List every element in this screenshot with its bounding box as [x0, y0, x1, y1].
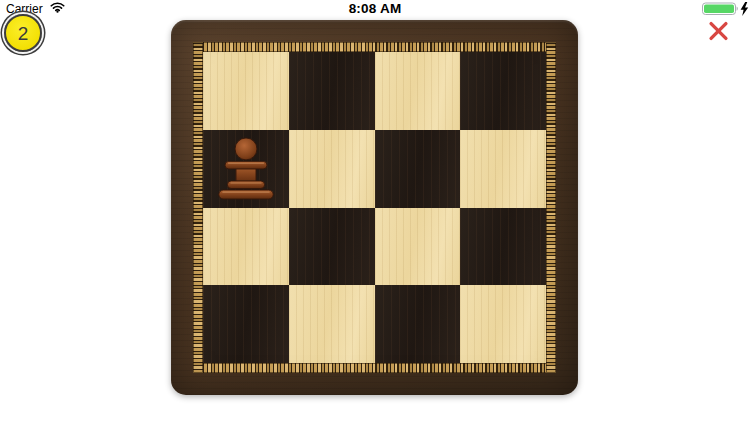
- square-r2c3[interactable]: [375, 130, 461, 208]
- inlay-border-bottom: [193, 363, 556, 373]
- square-r4c4[interactable]: [460, 285, 546, 363]
- square-r1c1[interactable]: [203, 52, 289, 130]
- badge-count: 2: [18, 24, 29, 43]
- square-r3c4[interactable]: [460, 208, 546, 286]
- close-x-icon: [708, 21, 729, 41]
- inlay-border-top: [193, 42, 556, 52]
- square-r3c3[interactable]: [375, 208, 461, 286]
- square-r4c1[interactable]: [203, 285, 289, 363]
- charging-bolt-icon: [741, 2, 749, 16]
- square-r4c3[interactable]: [375, 285, 461, 363]
- square-r1c2[interactable]: [289, 52, 375, 130]
- battery-charging-icon: [702, 2, 749, 16]
- square-r3c2[interactable]: [289, 208, 375, 286]
- app-screen: Carrier 8:08 AM 2: [0, 0, 750, 422]
- square-r2c4[interactable]: [460, 130, 546, 208]
- board-grid: [203, 52, 546, 363]
- square-r3c1[interactable]: [203, 208, 289, 286]
- square-r2c1[interactable]: [203, 130, 289, 208]
- clock: 8:08 AM: [0, 1, 750, 16]
- square-r1c4[interactable]: [460, 52, 546, 130]
- close-button[interactable]: [703, 19, 733, 45]
- chess-board: [171, 20, 578, 395]
- wifi-icon: [50, 2, 65, 13]
- square-r4c2[interactable]: [289, 285, 375, 363]
- inlay-border-right: [546, 42, 556, 373]
- inlay-border-left: [193, 42, 203, 373]
- pawn-piece[interactable]: [217, 137, 275, 200]
- square-r1c3[interactable]: [375, 52, 461, 130]
- square-r2c2[interactable]: [289, 130, 375, 208]
- status-bar: Carrier 8:08 AM: [0, 0, 750, 20]
- counter-badge[interactable]: 2: [4, 14, 42, 52]
